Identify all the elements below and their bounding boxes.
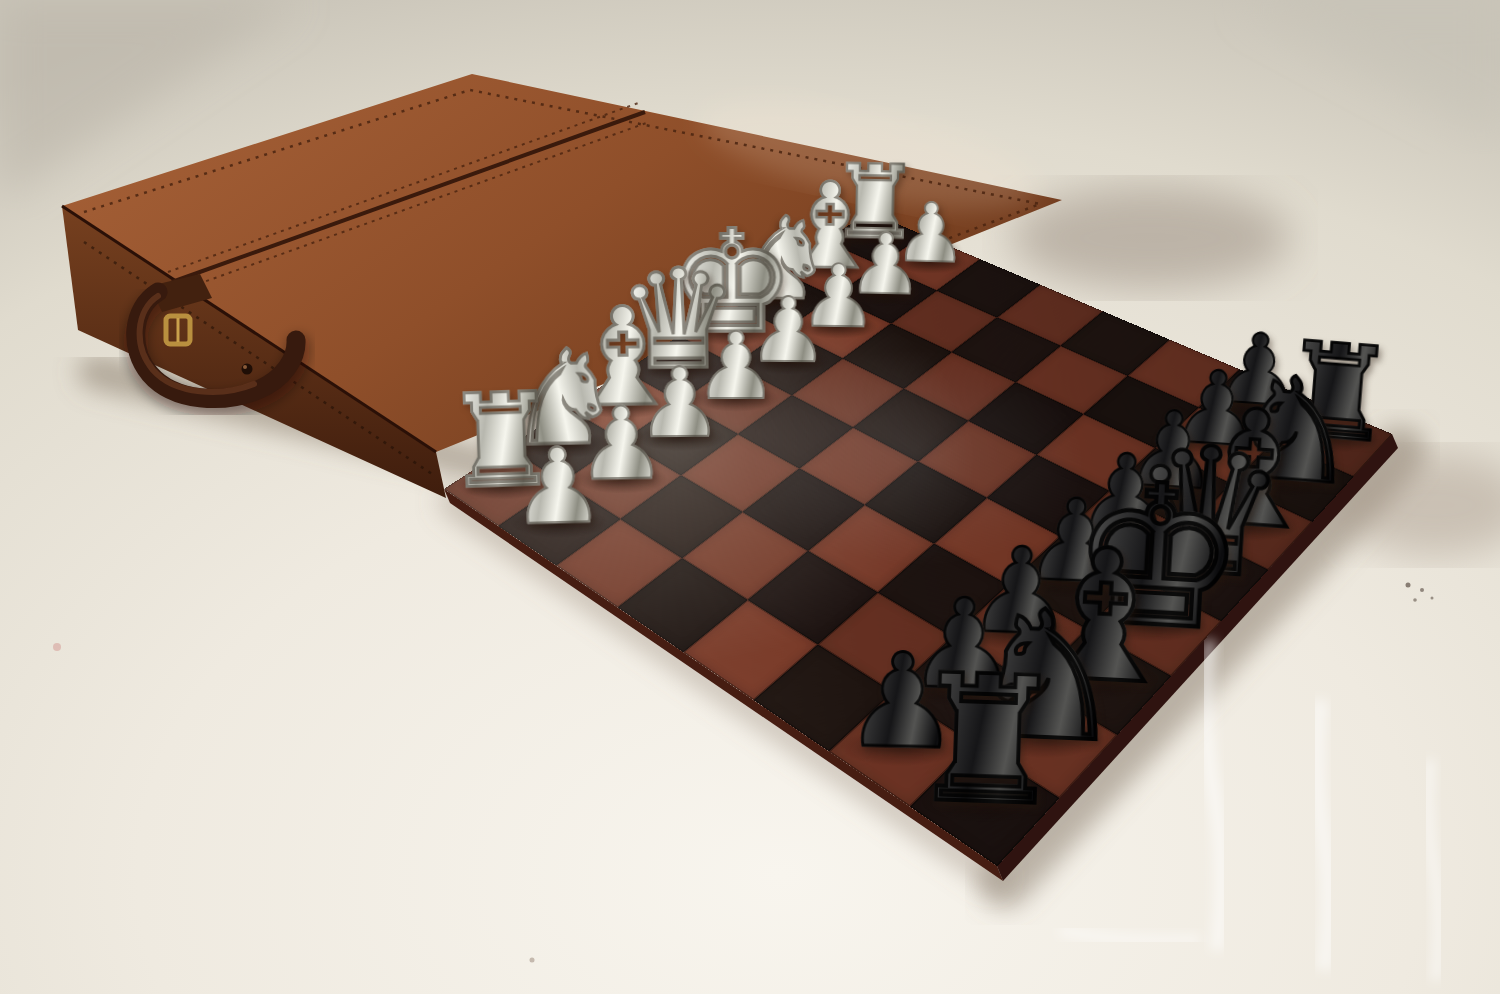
pieces-layer: ♜♞♝♚♛♝♞♜♟♟♟♟♟♟♟♟♟♟♟♟♟♟♟♟♜♞♝♛♚♞♝♜ — [0, 0, 1500, 994]
piece-glyph: ♜ — [905, 651, 1068, 831]
piece-glyph: ♟ — [511, 433, 606, 539]
scene: ♜♞♝♚♛♝♞♜♟♟♟♟♟♟♟♟♟♟♟♟♟♟♟♟♜♞♝♛♚♞♝♜ — [0, 0, 1500, 994]
